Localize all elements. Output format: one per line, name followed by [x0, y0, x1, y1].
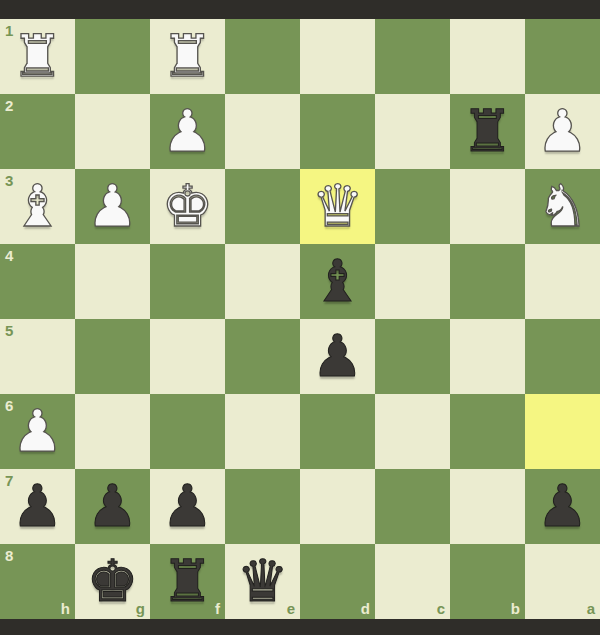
square-a5[interactable]: [525, 319, 600, 394]
square-d8[interactable]: d: [300, 544, 375, 619]
piece-white-rook[interactable]: ♜: [0, 19, 75, 94]
square-d1[interactable]: [300, 19, 375, 94]
square-g4[interactable]: [75, 244, 150, 319]
square-a2[interactable]: ♟: [525, 94, 600, 169]
square-f4[interactable]: [150, 244, 225, 319]
square-e3[interactable]: [225, 169, 300, 244]
square-e6[interactable]: [225, 394, 300, 469]
square-c6[interactable]: [375, 394, 450, 469]
piece-black-rook[interactable]: ♜: [150, 544, 225, 619]
square-e4[interactable]: [225, 244, 300, 319]
chess-board[interactable]: 1♜♜2♟♜♟3♝♟♚♛♞4♝5♟6♟7♟♟♟♟8hg♚f♜e♛dcba: [0, 19, 600, 619]
square-e7[interactable]: [225, 469, 300, 544]
square-c3[interactable]: [375, 169, 450, 244]
square-c2[interactable]: [375, 94, 450, 169]
square-c1[interactable]: [375, 19, 450, 94]
square-g1[interactable]: [75, 19, 150, 94]
square-c5[interactable]: [375, 319, 450, 394]
square-a8[interactable]: a: [525, 544, 600, 619]
file-label-c: c: [437, 601, 445, 616]
square-e8[interactable]: e♛: [225, 544, 300, 619]
square-e1[interactable]: [225, 19, 300, 94]
square-f7[interactable]: ♟: [150, 469, 225, 544]
square-a3[interactable]: ♞: [525, 169, 600, 244]
piece-black-queen[interactable]: ♛: [225, 544, 300, 619]
square-f3[interactable]: ♚: [150, 169, 225, 244]
piece-black-bishop[interactable]: ♝: [300, 244, 375, 319]
square-b7[interactable]: [450, 469, 525, 544]
square-b5[interactable]: [450, 319, 525, 394]
rank-label-4: 4: [5, 248, 13, 263]
square-a1[interactable]: [525, 19, 600, 94]
piece-black-pawn[interactable]: ♟: [75, 469, 150, 544]
square-d3[interactable]: ♛: [300, 169, 375, 244]
square-f5[interactable]: [150, 319, 225, 394]
square-d5[interactable]: ♟: [300, 319, 375, 394]
piece-black-pawn[interactable]: ♟: [0, 469, 75, 544]
square-b6[interactable]: [450, 394, 525, 469]
file-label-d: d: [361, 601, 370, 616]
square-b8[interactable]: b: [450, 544, 525, 619]
square-b2[interactable]: ♜: [450, 94, 525, 169]
square-g5[interactable]: [75, 319, 150, 394]
square-d4[interactable]: ♝: [300, 244, 375, 319]
square-a4[interactable]: [525, 244, 600, 319]
rank-label-5: 5: [5, 323, 13, 338]
piece-black-pawn[interactable]: ♟: [300, 319, 375, 394]
square-f2[interactable]: ♟: [150, 94, 225, 169]
square-h8[interactable]: 8h: [0, 544, 75, 619]
square-f6[interactable]: [150, 394, 225, 469]
square-h4[interactable]: 4: [0, 244, 75, 319]
piece-white-rook[interactable]: ♜: [150, 19, 225, 94]
piece-white-pawn[interactable]: ♟: [75, 169, 150, 244]
square-d7[interactable]: [300, 469, 375, 544]
piece-white-pawn[interactable]: ♟: [525, 94, 600, 169]
rank-label-8: 8: [5, 548, 13, 563]
piece-white-pawn[interactable]: ♟: [0, 394, 75, 469]
square-h7[interactable]: 7♟: [0, 469, 75, 544]
rank-label-2: 2: [5, 98, 13, 113]
file-label-h: h: [61, 601, 70, 616]
piece-white-queen[interactable]: ♛: [300, 169, 375, 244]
square-g6[interactable]: [75, 394, 150, 469]
chess-app-window: 1♜♜2♟♜♟3♝♟♚♛♞4♝5♟6♟7♟♟♟♟8hg♚f♜e♛dcba: [0, 0, 600, 635]
square-e5[interactable]: [225, 319, 300, 394]
square-b4[interactable]: [450, 244, 525, 319]
square-a7[interactable]: ♟: [525, 469, 600, 544]
square-g3[interactable]: ♟: [75, 169, 150, 244]
file-label-b: b: [511, 601, 520, 616]
piece-black-rook[interactable]: ♜: [450, 94, 525, 169]
square-e2[interactable]: [225, 94, 300, 169]
piece-white-pawn[interactable]: ♟: [150, 94, 225, 169]
square-h3[interactable]: 3♝: [0, 169, 75, 244]
square-c4[interactable]: [375, 244, 450, 319]
square-h6[interactable]: 6♟: [0, 394, 75, 469]
square-h1[interactable]: 1♜: [0, 19, 75, 94]
square-h5[interactable]: 5: [0, 319, 75, 394]
square-f1[interactable]: ♜: [150, 19, 225, 94]
square-b1[interactable]: [450, 19, 525, 94]
piece-black-king[interactable]: ♚: [75, 544, 150, 619]
piece-white-bishop[interactable]: ♝: [0, 169, 75, 244]
file-label-a: a: [587, 601, 595, 616]
square-f8[interactable]: f♜: [150, 544, 225, 619]
square-g2[interactable]: [75, 94, 150, 169]
square-c8[interactable]: c: [375, 544, 450, 619]
square-d6[interactable]: [300, 394, 375, 469]
piece-black-pawn[interactable]: ♟: [150, 469, 225, 544]
square-a6[interactable]: [525, 394, 600, 469]
piece-black-pawn[interactable]: ♟: [525, 469, 600, 544]
piece-white-knight[interactable]: ♞: [525, 169, 600, 244]
bottom-frame-bar: [0, 619, 600, 635]
square-g7[interactable]: ♟: [75, 469, 150, 544]
top-frame-bar: [0, 0, 600, 19]
piece-white-king[interactable]: ♚: [150, 169, 225, 244]
square-b3[interactable]: [450, 169, 525, 244]
square-c7[interactable]: [375, 469, 450, 544]
square-d2[interactable]: [300, 94, 375, 169]
square-g8[interactable]: g♚: [75, 544, 150, 619]
square-h2[interactable]: 2: [0, 94, 75, 169]
